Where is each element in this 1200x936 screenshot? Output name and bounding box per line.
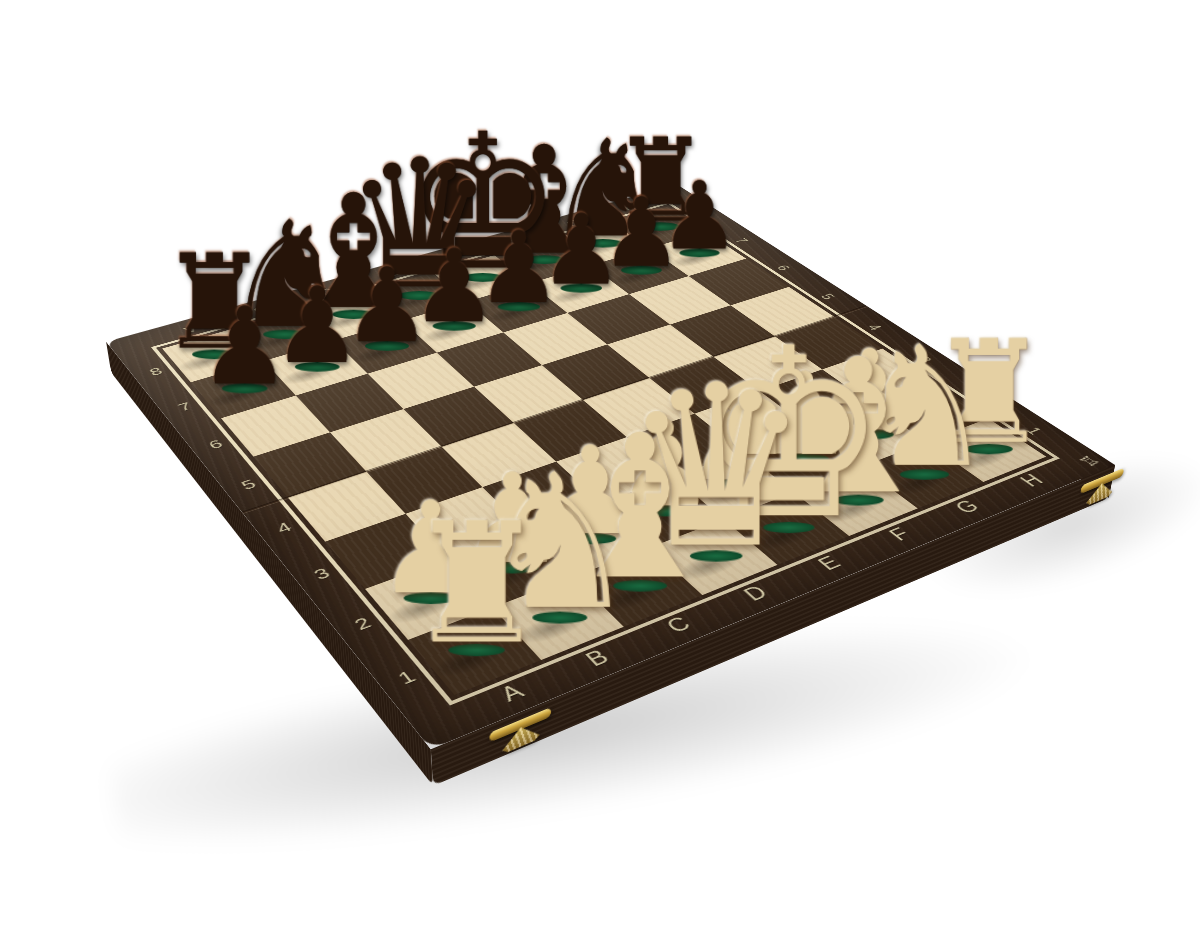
rank-label-left-8: 8: [146, 365, 164, 377]
file-label-far-h: H: [620, 203, 638, 212]
white-rook-icon: ♜: [350, 508, 603, 661]
photo-canvas: ABCDEFGH ABCDEFGH 87654321 87654321 ♖ ♜♞…: [0, 0, 1200, 936]
rank-label-right-6: 6: [774, 264, 793, 272]
file-label-far-a: A: [181, 324, 199, 335]
file-label-far-g: G: [563, 218, 582, 227]
rank-label-right-7: 7: [732, 237, 751, 244]
file-label-far-f: F: [506, 235, 523, 244]
piece-glyph-holder: ♜: [342, 499, 611, 652]
rank-label-left-1: 1: [394, 667, 419, 687]
file-label-far-e: E: [446, 251, 464, 260]
file-label-far-c: C: [318, 286, 337, 296]
rank-label-left-6: 6: [205, 437, 225, 451]
file-label-a: A: [497, 682, 528, 705]
file-label-far-d: D: [383, 269, 402, 279]
file-label-far-b: B: [251, 305, 269, 315]
rank-label-left-5: 5: [238, 477, 259, 492]
rank-label-left-4: 4: [273, 519, 295, 535]
rank-label-left-7: 7: [175, 400, 194, 413]
rank-label-right-8: 8: [693, 211, 711, 218]
